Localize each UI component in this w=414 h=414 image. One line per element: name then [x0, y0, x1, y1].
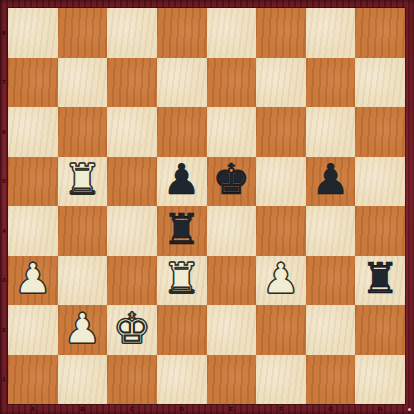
square-e5[interactable]: ♚ [207, 157, 257, 207]
square-b2[interactable]: ♟ [58, 305, 108, 355]
square-g5[interactable]: ♟ [306, 157, 356, 207]
square-a1[interactable] [8, 355, 58, 405]
board: ♜♟♚♟♜♟♜♟♜♟♚ [8, 8, 405, 404]
chess-board-frame: 87654321 ♜♟♚♟♜♟♜♟♜♟♚ ABCDEFGH [0, 0, 414, 414]
square-h3[interactable]: ♜ [355, 256, 405, 306]
square-c5[interactable] [107, 157, 157, 207]
square-c2[interactable]: ♚ [107, 305, 157, 355]
square-b3[interactable] [58, 256, 108, 306]
square-h8[interactable] [355, 8, 405, 58]
square-f7[interactable] [256, 58, 306, 108]
square-g7[interactable] [306, 58, 356, 108]
square-f4[interactable] [256, 206, 306, 256]
square-h6[interactable] [355, 107, 405, 157]
square-e1[interactable] [207, 355, 257, 405]
piece-white-king[interactable]: ♚ [113, 308, 151, 350]
square-a8[interactable] [8, 8, 58, 58]
square-c8[interactable] [107, 8, 157, 58]
file-label-f: F [256, 404, 306, 414]
corner-dot [408, 408, 411, 411]
square-d3[interactable]: ♜ [157, 256, 207, 306]
piece-black-rook[interactable]: ♜ [163, 209, 201, 251]
square-b4[interactable] [58, 206, 108, 256]
piece-black-rook[interactable]: ♜ [361, 258, 399, 300]
square-e3[interactable] [207, 256, 257, 306]
rank-label-7: 7 [0, 58, 8, 108]
square-h1[interactable] [355, 355, 405, 405]
square-d6[interactable] [157, 107, 207, 157]
square-d1[interactable] [157, 355, 207, 405]
square-e4[interactable] [207, 206, 257, 256]
square-c7[interactable] [107, 58, 157, 108]
rank-label-1: 1 [0, 355, 8, 405]
square-d2[interactable] [157, 305, 207, 355]
piece-white-pawn[interactable]: ♟ [64, 308, 102, 350]
rank-label-5: 5 [0, 157, 8, 207]
square-g6[interactable] [306, 107, 356, 157]
file-label-g: G [306, 404, 356, 414]
square-d4[interactable]: ♜ [157, 206, 207, 256]
piece-white-pawn[interactable]: ♟ [14, 258, 52, 300]
square-a3[interactable]: ♟ [8, 256, 58, 306]
square-g3[interactable] [306, 256, 356, 306]
file-label-a: A [8, 404, 58, 414]
square-c6[interactable] [107, 107, 157, 157]
rank-label-3: 3 [0, 256, 8, 306]
rank-label-8: 8 [0, 8, 8, 58]
square-h4[interactable] [355, 206, 405, 256]
square-a7[interactable] [8, 58, 58, 108]
square-c1[interactable] [107, 355, 157, 405]
square-d7[interactable] [157, 58, 207, 108]
square-g1[interactable] [306, 355, 356, 405]
square-d8[interactable] [157, 8, 207, 58]
square-g4[interactable] [306, 206, 356, 256]
piece-white-pawn[interactable]: ♟ [262, 258, 300, 300]
rank-label-4: 4 [0, 206, 8, 256]
piece-white-rook[interactable]: ♜ [64, 159, 102, 201]
square-b5[interactable]: ♜ [58, 157, 108, 207]
square-h7[interactable] [355, 58, 405, 108]
square-g8[interactable] [306, 8, 356, 58]
square-e6[interactable] [207, 107, 257, 157]
square-a4[interactable] [8, 206, 58, 256]
piece-white-rook[interactable]: ♜ [163, 258, 201, 300]
square-a6[interactable] [8, 107, 58, 157]
square-f6[interactable] [256, 107, 306, 157]
square-e7[interactable] [207, 58, 257, 108]
square-f3[interactable]: ♟ [256, 256, 306, 306]
square-h2[interactable] [355, 305, 405, 355]
square-e8[interactable] [207, 8, 257, 58]
square-b7[interactable] [58, 58, 108, 108]
square-g2[interactable] [306, 305, 356, 355]
square-b8[interactable] [58, 8, 108, 58]
square-a2[interactable] [8, 305, 58, 355]
rank-label-6: 6 [0, 107, 8, 157]
file-label-c: C [107, 404, 157, 414]
square-f2[interactable] [256, 305, 306, 355]
square-h5[interactable] [355, 157, 405, 207]
piece-black-pawn[interactable]: ♟ [312, 159, 350, 201]
square-a5[interactable] [8, 157, 58, 207]
file-label-b: B [58, 404, 108, 414]
square-e2[interactable] [207, 305, 257, 355]
square-b6[interactable] [58, 107, 108, 157]
file-label-d: D [157, 404, 207, 414]
square-b1[interactable] [58, 355, 108, 405]
file-label-h: H [355, 404, 405, 414]
piece-black-pawn[interactable]: ♟ [163, 159, 201, 201]
square-c3[interactable] [107, 256, 157, 306]
square-c4[interactable] [107, 206, 157, 256]
square-f5[interactable] [256, 157, 306, 207]
piece-black-king[interactable]: ♚ [212, 159, 250, 201]
square-f8[interactable] [256, 8, 306, 58]
rank-labels: 87654321 [0, 8, 8, 404]
file-labels: ABCDEFGH [8, 404, 405, 414]
square-f1[interactable] [256, 355, 306, 405]
file-label-e: E [207, 404, 257, 414]
square-d5[interactable]: ♟ [157, 157, 207, 207]
rank-label-2: 2 [0, 305, 8, 355]
